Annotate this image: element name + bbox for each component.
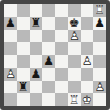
square-c6[interactable] xyxy=(30,30,43,43)
square-g6[interactable] xyxy=(81,30,94,43)
piece-white-pawn-fill: ♟ xyxy=(93,81,106,94)
piece-black-pawn: ♟ xyxy=(30,68,43,81)
square-e3[interactable] xyxy=(55,68,68,81)
square-f6[interactable]: ♟♙ xyxy=(68,30,81,43)
piece-white-pawn-fill: ♟ xyxy=(68,30,81,43)
chess-board: ♜♖♟♜♚♟♟♙♟♟♙♟♙♟♜♟♙♜♖♚♔ xyxy=(4,4,106,106)
square-c5[interactable] xyxy=(30,42,43,55)
square-e7[interactable] xyxy=(55,17,68,30)
square-b1[interactable] xyxy=(17,93,30,106)
board-frame: ♜♖♟♜♚♟♟♙♟♟♙♟♙♟♜♟♙♜♖♚♔ xyxy=(0,0,110,110)
piece-white-pawn-fill: ♟ xyxy=(81,55,94,68)
square-f5[interactable] xyxy=(68,42,81,55)
square-a6[interactable] xyxy=(4,30,17,43)
square-c2[interactable] xyxy=(30,81,43,94)
piece-black-rook: ♜ xyxy=(17,81,30,94)
square-f4[interactable] xyxy=(68,55,81,68)
square-d3[interactable] xyxy=(42,68,55,81)
square-g3[interactable] xyxy=(81,68,94,81)
square-d5[interactable] xyxy=(42,42,55,55)
square-f1[interactable]: ♜♖ xyxy=(68,93,81,106)
square-g7[interactable] xyxy=(81,17,94,30)
square-a7[interactable]: ♟ xyxy=(4,17,17,30)
square-h1[interactable] xyxy=(93,93,106,106)
square-e5[interactable] xyxy=(55,42,68,55)
piece-white-king: ♔ xyxy=(81,93,94,106)
square-h4[interactable] xyxy=(93,55,106,68)
square-f3[interactable] xyxy=(68,68,81,81)
square-a8[interactable] xyxy=(4,4,17,17)
piece-white-rook: ♖ xyxy=(68,93,81,106)
square-c3[interactable]: ♟ xyxy=(30,68,43,81)
square-b4[interactable] xyxy=(17,55,30,68)
square-d2[interactable] xyxy=(42,81,55,94)
square-a4[interactable] xyxy=(4,55,17,68)
square-h2[interactable]: ♟♙ xyxy=(93,81,106,94)
square-g1[interactable]: ♚♔ xyxy=(81,93,94,106)
square-h3[interactable] xyxy=(93,68,106,81)
square-d4[interactable]: ♟ xyxy=(42,55,55,68)
square-c8[interactable] xyxy=(30,4,43,17)
square-b5[interactable] xyxy=(17,42,30,55)
piece-white-pawn: ♙ xyxy=(81,55,94,68)
piece-black-pawn: ♟ xyxy=(42,55,55,68)
square-d1[interactable] xyxy=(42,93,55,106)
piece-white-rook-fill: ♜ xyxy=(68,93,81,106)
piece-white-rook: ♖ xyxy=(93,4,106,17)
square-c1[interactable] xyxy=(30,93,43,106)
square-d7[interactable] xyxy=(42,17,55,30)
piece-white-king-fill: ♚ xyxy=(81,93,94,106)
square-e6[interactable] xyxy=(55,30,68,43)
square-f7[interactable]: ♚ xyxy=(68,17,81,30)
square-h5[interactable] xyxy=(93,42,106,55)
square-a5[interactable] xyxy=(4,42,17,55)
piece-white-pawn: ♙ xyxy=(68,30,81,43)
square-g8[interactable] xyxy=(81,4,94,17)
square-g2[interactable] xyxy=(81,81,94,94)
square-h7[interactable]: ♟ xyxy=(93,17,106,30)
piece-white-pawn-fill: ♟ xyxy=(4,68,17,81)
square-g4[interactable]: ♟♙ xyxy=(81,55,94,68)
square-a2[interactable] xyxy=(4,81,17,94)
square-e8[interactable] xyxy=(55,4,68,17)
square-h6[interactable] xyxy=(93,30,106,43)
square-h8[interactable]: ♜♖ xyxy=(93,4,106,17)
square-c7[interactable]: ♜ xyxy=(30,17,43,30)
piece-white-pawn: ♙ xyxy=(93,81,106,94)
square-f2[interactable] xyxy=(68,81,81,94)
piece-white-pawn: ♙ xyxy=(4,68,17,81)
piece-black-rook: ♜ xyxy=(30,17,43,30)
square-e2[interactable] xyxy=(55,81,68,94)
square-a1[interactable] xyxy=(4,93,17,106)
piece-black-king: ♚ xyxy=(68,17,81,30)
square-c4[interactable] xyxy=(30,55,43,68)
square-e4[interactable] xyxy=(55,55,68,68)
square-g5[interactable] xyxy=(81,42,94,55)
square-f8[interactable] xyxy=(68,4,81,17)
square-b8[interactable] xyxy=(17,4,30,17)
square-e1[interactable] xyxy=(55,93,68,106)
piece-black-pawn: ♟ xyxy=(4,17,17,30)
square-b7[interactable] xyxy=(17,17,30,30)
square-b6[interactable] xyxy=(17,30,30,43)
square-a3[interactable]: ♟♙ xyxy=(4,68,17,81)
square-b2[interactable]: ♜ xyxy=(17,81,30,94)
piece-black-pawn: ♟ xyxy=(93,17,106,30)
square-d8[interactable] xyxy=(42,4,55,17)
square-b3[interactable] xyxy=(17,68,30,81)
piece-white-rook-fill: ♜ xyxy=(93,4,106,17)
square-d6[interactable] xyxy=(42,30,55,43)
